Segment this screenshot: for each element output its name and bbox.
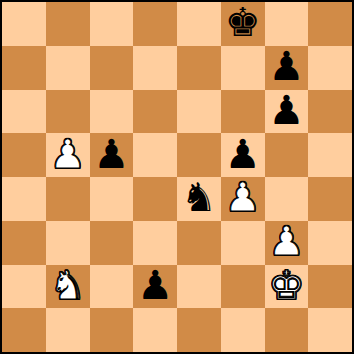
square-h2[interactable] xyxy=(308,265,352,309)
square-a3[interactable] xyxy=(2,221,46,265)
black-pawn-c5[interactable]: ♟ xyxy=(93,133,129,175)
square-b4[interactable] xyxy=(46,177,90,221)
square-h3[interactable] xyxy=(308,221,352,265)
square-g7[interactable]: ♟ xyxy=(265,46,309,90)
square-g4[interactable] xyxy=(265,177,309,221)
square-f4[interactable]: ♟ xyxy=(221,177,265,221)
square-c8[interactable] xyxy=(90,2,134,46)
square-f2[interactable] xyxy=(221,265,265,309)
white-pawn-g3[interactable]: ♟ xyxy=(268,221,304,263)
square-h5[interactable] xyxy=(308,133,352,177)
square-h4[interactable] xyxy=(308,177,352,221)
square-a1[interactable] xyxy=(2,308,46,352)
square-e3[interactable] xyxy=(177,221,221,265)
square-a6[interactable] xyxy=(2,90,46,134)
square-b6[interactable] xyxy=(46,90,90,134)
square-b2[interactable]: ♞ xyxy=(46,265,90,309)
square-h1[interactable] xyxy=(308,308,352,352)
square-a5[interactable] xyxy=(2,133,46,177)
square-g1[interactable] xyxy=(265,308,309,352)
black-pawn-f5[interactable]: ♟ xyxy=(225,133,261,175)
square-a7[interactable] xyxy=(2,46,46,90)
square-f7[interactable] xyxy=(221,46,265,90)
square-c2[interactable] xyxy=(90,265,134,309)
square-d6[interactable] xyxy=(133,90,177,134)
square-a8[interactable] xyxy=(2,2,46,46)
square-d3[interactable] xyxy=(133,221,177,265)
square-f1[interactable] xyxy=(221,308,265,352)
black-knight-e4[interactable]: ♞ xyxy=(181,177,217,219)
square-g5[interactable] xyxy=(265,133,309,177)
square-h7[interactable] xyxy=(308,46,352,90)
square-h6[interactable] xyxy=(308,90,352,134)
square-g2[interactable]: ♚ xyxy=(265,265,309,309)
square-d5[interactable] xyxy=(133,133,177,177)
square-f5[interactable]: ♟ xyxy=(221,133,265,177)
square-f6[interactable] xyxy=(221,90,265,134)
square-e7[interactable] xyxy=(177,46,221,90)
black-king-f8[interactable]: ♚ xyxy=(225,2,261,44)
black-pawn-g6[interactable]: ♟ xyxy=(268,90,304,132)
square-a2[interactable] xyxy=(2,265,46,309)
white-king-g2[interactable]: ♚ xyxy=(268,265,304,307)
square-c1[interactable] xyxy=(90,308,134,352)
square-f8[interactable]: ♚ xyxy=(221,2,265,46)
square-c5[interactable]: ♟ xyxy=(90,133,134,177)
white-knight-b2[interactable]: ♞ xyxy=(50,265,86,307)
square-g6[interactable]: ♟ xyxy=(265,90,309,134)
square-b8[interactable] xyxy=(46,2,90,46)
square-d4[interactable] xyxy=(133,177,177,221)
square-g3[interactable]: ♟ xyxy=(265,221,309,265)
square-a4[interactable] xyxy=(2,177,46,221)
white-pawn-f4[interactable]: ♟ xyxy=(225,177,261,219)
square-d1[interactable] xyxy=(133,308,177,352)
white-pawn-b5[interactable]: ♟ xyxy=(50,133,86,175)
square-h8[interactable] xyxy=(308,2,352,46)
square-b3[interactable] xyxy=(46,221,90,265)
square-e1[interactable] xyxy=(177,308,221,352)
square-e6[interactable] xyxy=(177,90,221,134)
square-b5[interactable]: ♟ xyxy=(46,133,90,177)
square-c6[interactable] xyxy=(90,90,134,134)
black-pawn-d2[interactable]: ♟ xyxy=(137,265,173,307)
square-d8[interactable] xyxy=(133,2,177,46)
square-e4[interactable]: ♞ xyxy=(177,177,221,221)
square-c7[interactable] xyxy=(90,46,134,90)
square-e5[interactable] xyxy=(177,133,221,177)
square-d2[interactable]: ♟ xyxy=(133,265,177,309)
square-f3[interactable] xyxy=(221,221,265,265)
square-e8[interactable] xyxy=(177,2,221,46)
square-c3[interactable] xyxy=(90,221,134,265)
square-g8[interactable] xyxy=(265,2,309,46)
square-d7[interactable] xyxy=(133,46,177,90)
chess-board: ♚♟♟♟♟♟♞♟♟♞♟♚ xyxy=(0,0,354,354)
black-pawn-g7[interactable]: ♟ xyxy=(268,46,304,88)
square-e2[interactable] xyxy=(177,265,221,309)
square-b1[interactable] xyxy=(46,308,90,352)
square-b7[interactable] xyxy=(46,46,90,90)
square-c4[interactable] xyxy=(90,177,134,221)
